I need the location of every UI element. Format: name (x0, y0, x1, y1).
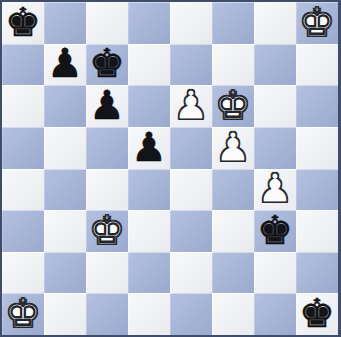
square-d6[interactable] (128, 85, 170, 127)
square-h7[interactable] (296, 44, 338, 86)
square-h1[interactable]: ♚ (296, 293, 338, 335)
square-h6[interactable] (296, 85, 338, 127)
square-h4[interactable] (296, 169, 338, 211)
square-f5[interactable]: ♟ (212, 127, 254, 169)
white-king: ♚ (215, 85, 251, 125)
square-b4[interactable] (44, 169, 86, 211)
square-b1[interactable] (44, 293, 86, 335)
square-c2[interactable] (86, 252, 128, 294)
square-e5[interactable] (170, 127, 212, 169)
square-g7[interactable] (254, 44, 296, 86)
square-c7[interactable]: ♚ (86, 44, 128, 86)
square-f8[interactable] (212, 2, 254, 44)
square-g3[interactable]: ♚ (254, 210, 296, 252)
square-d2[interactable] (128, 252, 170, 294)
square-h5[interactable] (296, 127, 338, 169)
square-f1[interactable] (212, 293, 254, 335)
black-pawn: ♟ (89, 85, 125, 125)
square-e2[interactable] (170, 252, 212, 294)
square-d1[interactable] (128, 293, 170, 335)
white-pawn: ♟ (173, 85, 209, 125)
square-e4[interactable] (170, 169, 212, 211)
square-h3[interactable] (296, 210, 338, 252)
square-c8[interactable] (86, 2, 128, 44)
square-e6[interactable]: ♟ (170, 85, 212, 127)
black-pawn: ♟ (47, 44, 83, 84)
square-c1[interactable] (86, 293, 128, 335)
square-h2[interactable] (296, 252, 338, 294)
square-a1[interactable]: ♚ (2, 293, 44, 335)
square-f3[interactable] (212, 210, 254, 252)
square-f6[interactable]: ♚ (212, 85, 254, 127)
square-a2[interactable] (2, 252, 44, 294)
square-c4[interactable] (86, 169, 128, 211)
chess-board: ♚♚♟♚♟♟♚♟♟♟♚♚♚♚ (0, 0, 341, 337)
square-b8[interactable] (44, 2, 86, 44)
square-e3[interactable] (170, 210, 212, 252)
chess-board-grid: ♚♚♟♚♟♟♚♟♟♟♚♚♚♚ (2, 2, 338, 335)
square-e8[interactable] (170, 2, 212, 44)
white-king: ♚ (299, 2, 335, 42)
white-king: ♚ (5, 293, 41, 333)
square-d7[interactable] (128, 44, 170, 86)
square-b7[interactable]: ♟ (44, 44, 86, 86)
square-e1[interactable] (170, 293, 212, 335)
square-a4[interactable] (2, 169, 44, 211)
square-f4[interactable] (212, 169, 254, 211)
square-g5[interactable] (254, 127, 296, 169)
square-g8[interactable] (254, 2, 296, 44)
black-king: ♚ (89, 44, 125, 84)
square-b2[interactable] (44, 252, 86, 294)
square-e7[interactable] (170, 44, 212, 86)
square-g4[interactable]: ♟ (254, 169, 296, 211)
square-c3[interactable]: ♚ (86, 210, 128, 252)
black-king: ♚ (5, 2, 41, 42)
square-g6[interactable] (254, 85, 296, 127)
black-king: ♚ (257, 210, 293, 250)
square-a7[interactable] (2, 44, 44, 86)
square-a8[interactable]: ♚ (2, 2, 44, 44)
black-king: ♚ (299, 293, 335, 333)
square-a6[interactable] (2, 85, 44, 127)
square-d8[interactable] (128, 2, 170, 44)
square-g1[interactable] (254, 293, 296, 335)
square-f2[interactable] (212, 252, 254, 294)
square-b3[interactable] (44, 210, 86, 252)
white-king: ♚ (89, 210, 125, 250)
square-f7[interactable] (212, 44, 254, 86)
white-pawn: ♟ (257, 169, 293, 209)
square-d5[interactable]: ♟ (128, 127, 170, 169)
square-d3[interactable] (128, 210, 170, 252)
square-c6[interactable]: ♟ (86, 85, 128, 127)
square-h8[interactable]: ♚ (296, 2, 338, 44)
square-g2[interactable] (254, 252, 296, 294)
square-d4[interactable] (128, 169, 170, 211)
square-a3[interactable] (2, 210, 44, 252)
square-c5[interactable] (86, 127, 128, 169)
square-a5[interactable] (2, 127, 44, 169)
white-pawn: ♟ (215, 127, 251, 167)
black-pawn: ♟ (131, 127, 167, 167)
square-b5[interactable] (44, 127, 86, 169)
square-b6[interactable] (44, 85, 86, 127)
